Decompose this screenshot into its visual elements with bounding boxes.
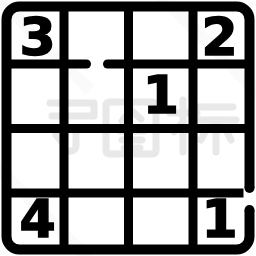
sudoku-board: 3 2 1 4 1 (11, 11, 246, 246)
sudoku-cell-r1c3[interactable] (193, 64, 246, 129)
sudoku-cell-r0c3[interactable]: 2 (193, 11, 246, 64)
sudoku-cell-r2c3[interactable] (193, 129, 246, 194)
sudoku-cell-r1c0[interactable] (11, 64, 64, 129)
sudoku-cell-r0c1[interactable] (64, 11, 129, 64)
sudoku-cell-r2c2[interactable] (129, 129, 194, 194)
sudoku-cell-r2c1[interactable] (64, 129, 129, 194)
sudoku-cell-r1c1[interactable] (64, 64, 129, 129)
sudoku-cell-r3c1[interactable] (64, 193, 129, 246)
sudoku-cell-r1c2[interactable]: 1 (129, 64, 194, 129)
sudoku-cell-r0c2[interactable] (129, 11, 194, 64)
sudoku-cell-r3c2[interactable] (129, 193, 194, 246)
sudoku-cell-r3c3[interactable]: 1 (193, 193, 246, 246)
sudoku-icon: 寻图标 3 2 (0, 0, 256, 256)
sudoku-cell-r2c0[interactable] (11, 129, 64, 194)
sudoku-cell-r3c0[interactable]: 4 (11, 193, 64, 246)
sudoku-cell-r0c0[interactable]: 3 (11, 11, 64, 64)
